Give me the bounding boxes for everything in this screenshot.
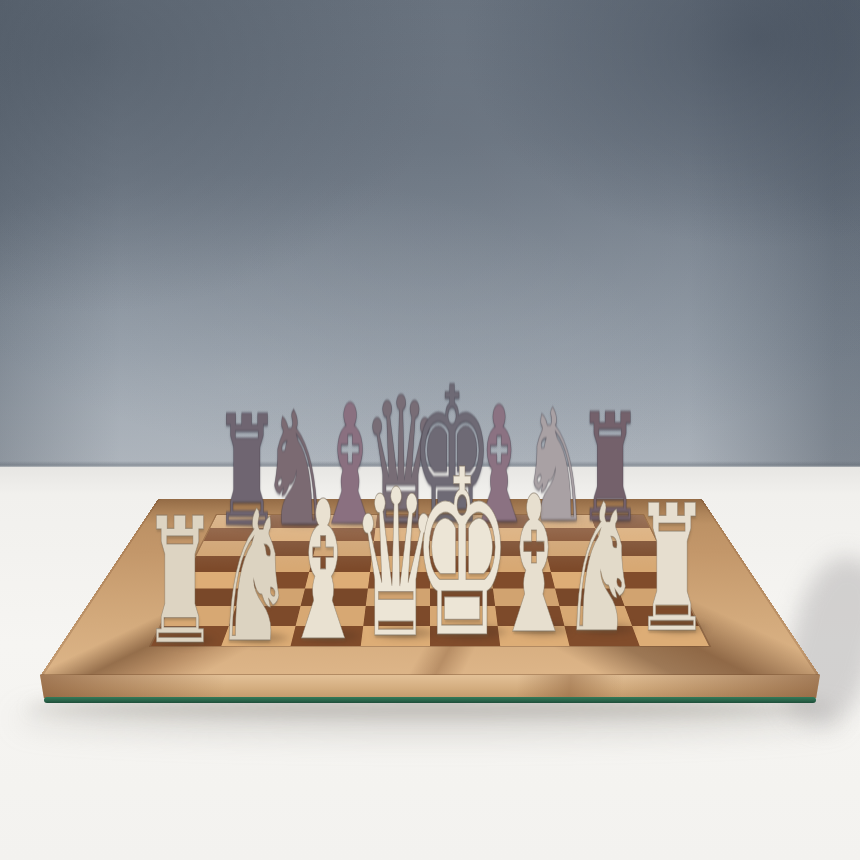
green-felt-base	[44, 697, 816, 703]
piece-white-knight-g1[interactable]: ♞	[563, 481, 639, 658]
piece-white-rook-a1[interactable]: ♜	[143, 495, 218, 669]
chess-set-photo-scene: ♜♞♝♛♚♝♞♜♜♞♝♛♚♝♞♜	[0, 0, 860, 860]
piece-white-rook-h1[interactable]: ♜	[634, 482, 709, 657]
wood-grain	[495, 675, 645, 698]
